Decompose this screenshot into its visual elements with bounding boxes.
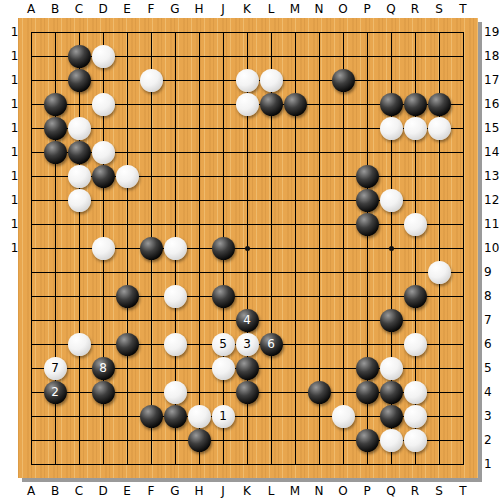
coord-label: 2 [484,433,500,447]
stone-black-J10[interactable] [212,237,235,260]
coord-label: H [187,484,211,498]
go-board-screen: ABCDEFGHJKLMNOPQRST 19181716151413121110… [0,0,500,500]
star-point [389,246,394,251]
coord-label: A [19,484,43,498]
coord-label: 15 [484,121,500,135]
stone-black-E8[interactable] [116,285,139,308]
stone-white-R2[interactable] [404,429,427,452]
stone-black-P12[interactable] [356,189,379,212]
coord-label: 19 [484,25,500,39]
coord-label: P [355,2,379,16]
stone-black-R8[interactable] [404,285,427,308]
coord-label: B [43,2,67,16]
coord-label: K [235,484,259,498]
stone-white-G4[interactable] [164,381,187,404]
stone-white-C12[interactable] [68,189,91,212]
coord-label: E [115,2,139,16]
stone-white-Q2[interactable] [380,429,403,452]
stone-black-C18[interactable] [68,45,91,68]
stone-black-D13[interactable] [92,165,115,188]
stone-black-H2[interactable] [188,429,211,452]
stone-white-C15[interactable] [68,117,91,140]
stone-white-Q15[interactable] [380,117,403,140]
stone-white-E13[interactable] [116,165,139,188]
stone-black-G3[interactable] [164,405,187,428]
coord-label: T [451,484,475,498]
coord-label: C [67,2,91,16]
coord-label: N [307,2,331,16]
stone-black-P5[interactable] [356,357,379,380]
stone-white-D10[interactable] [92,237,115,260]
coord-label: 11 [484,217,500,231]
stone-white-J5[interactable] [212,357,235,380]
coord-label: 8 [484,289,500,303]
grid-line-vertical [343,32,344,465]
stone-black-B4-move-2[interactable]: 2 [44,381,67,404]
stone-white-S9[interactable] [428,261,451,284]
stone-black-D4[interactable] [92,381,115,404]
coord-label: O [331,484,355,498]
coord-label: 12 [484,193,500,207]
stone-white-R11[interactable] [404,213,427,236]
stone-black-Q4[interactable] [380,381,403,404]
stone-black-B16[interactable] [44,93,67,116]
stone-white-G8[interactable] [164,285,187,308]
stone-white-R6[interactable] [404,333,427,356]
stone-white-C6[interactable] [68,333,91,356]
stone-black-L6-move-6[interactable]: 6 [260,333,283,356]
coord-label: 1 [484,457,500,471]
stone-black-C14[interactable] [68,141,91,164]
coord-label: O [331,2,355,16]
coord-label: E [115,484,139,498]
coord-label: P [355,484,379,498]
stone-white-L17[interactable] [260,69,283,92]
stone-black-K5[interactable] [236,357,259,380]
stone-white-H3[interactable] [188,405,211,428]
coord-label: L [259,2,283,16]
stone-black-L16[interactable] [260,93,283,116]
stone-white-R4[interactable] [404,381,427,404]
coord-label: K [235,2,259,16]
grid-line-horizontal [31,296,464,297]
coord-label: S [427,2,451,16]
stone-white-D14[interactable] [92,141,115,164]
coord-label: 17 [484,73,500,87]
stone-white-B5-move-7[interactable]: 7 [44,357,67,380]
star-point [245,246,250,251]
stone-black-P4[interactable] [356,381,379,404]
stone-white-R15[interactable] [404,117,427,140]
stone-black-F3[interactable] [140,405,163,428]
coord-label: J [211,2,235,16]
coord-label: N [307,484,331,498]
coord-label: 18 [484,49,500,63]
coord-label: 16 [484,97,500,111]
stone-black-P11[interactable] [356,213,379,236]
stone-black-K4[interactable] [236,381,259,404]
coord-label: G [163,484,187,498]
grid-line-vertical [463,32,464,465]
coord-label: 10 [484,241,500,255]
coord-label: D [91,484,115,498]
grid-line-horizontal [31,272,464,273]
go-board[interactable]: 45367821 [18,18,478,478]
stone-white-K16[interactable] [236,93,259,116]
stone-black-C17[interactable] [68,69,91,92]
stone-black-Q7[interactable] [380,309,403,332]
stone-white-F17[interactable] [140,69,163,92]
stone-white-Q12[interactable] [380,189,403,212]
stone-black-M16[interactable] [284,93,307,116]
coord-label: M [283,2,307,16]
coord-label: A [19,2,43,16]
grid-line-horizontal [31,464,464,465]
coord-label: R [403,484,427,498]
stone-white-R3[interactable] [404,405,427,428]
coord-label: B [43,484,67,498]
coord-label: 5 [484,361,500,375]
stone-white-C13[interactable] [68,165,91,188]
coord-label: H [187,2,211,16]
coord-label: F [139,484,163,498]
stone-black-K7-move-4[interactable]: 4 [236,309,259,332]
coord-label: 14 [484,145,500,159]
coord-label: 3 [484,409,500,423]
stone-black-P13[interactable] [356,165,379,188]
coord-label: 4 [484,385,500,399]
coord-label: G [163,2,187,16]
coord-label: 7 [484,313,500,327]
coord-label: D [91,2,115,16]
stone-white-D16[interactable] [92,93,115,116]
coord-label: T [451,2,475,16]
stone-black-O17[interactable] [332,69,355,92]
stone-black-D5-move-8[interactable]: 8 [92,357,115,380]
stone-black-P2[interactable] [356,429,379,452]
coord-label: F [139,2,163,16]
coord-label: 9 [484,265,500,279]
stone-black-J8[interactable] [212,285,235,308]
stone-white-G6[interactable] [164,333,187,356]
stone-white-D18[interactable] [92,45,115,68]
coord-label: Q [379,484,403,498]
coord-label: M [283,484,307,498]
stone-white-J6-move-5[interactable]: 5 [212,333,235,356]
stone-black-E6[interactable] [116,333,139,356]
coord-label: 13 [484,169,500,183]
stone-white-Q5[interactable] [380,357,403,380]
coord-label: C [67,484,91,498]
stone-black-Q16[interactable] [380,93,403,116]
stone-black-Q3[interactable] [380,405,403,428]
coord-label: Q [379,2,403,16]
coord-label: R [403,2,427,16]
stone-white-K17[interactable] [236,69,259,92]
coord-label: 6 [484,337,500,351]
stone-black-N4[interactable] [308,381,331,404]
stone-white-J3-move-1[interactable]: 1 [212,405,235,428]
stone-white-K6-move-3[interactable]: 3 [236,333,259,356]
stone-white-O3[interactable] [332,405,355,428]
coord-label: J [211,484,235,498]
stone-black-F10[interactable] [140,237,163,260]
stone-white-G10[interactable] [164,237,187,260]
coord-label: S [427,484,451,498]
stone-black-B15[interactable] [44,117,67,140]
stone-black-R16[interactable] [404,93,427,116]
stone-white-S15[interactable] [428,117,451,140]
stone-black-S16[interactable] [428,93,451,116]
coord-label: L [259,484,283,498]
stone-black-B14[interactable] [44,141,67,164]
